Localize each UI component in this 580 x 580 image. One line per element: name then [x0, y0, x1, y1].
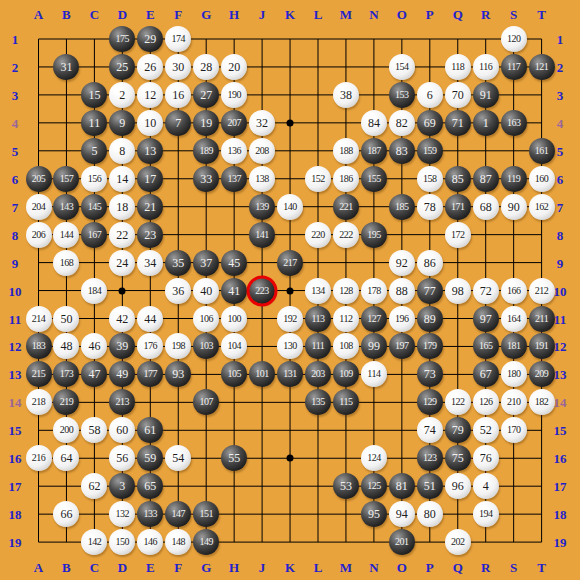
- stone-m6-white-186[interactable]: 186: [333, 166, 359, 192]
- stone-g11-white-106[interactable]: 106: [193, 306, 219, 332]
- stone-a7-white-204[interactable]: 204: [26, 194, 52, 220]
- stone-t10-white-212[interactable]: 212: [529, 278, 555, 304]
- stone-o19-black-201[interactable]: 201: [389, 529, 415, 555]
- stone-e13-black-177[interactable]: 177: [137, 361, 163, 387]
- stone-r13-black-67[interactable]: 67: [473, 361, 499, 387]
- stone-b7-black-143[interactable]: 143: [53, 194, 79, 220]
- stone-b12-white-48[interactable]: 48: [53, 333, 79, 359]
- stone-c12-white-46[interactable]: 46: [81, 333, 107, 359]
- stone-s4-black-163[interactable]: 163: [501, 110, 527, 136]
- stone-c3-black-15[interactable]: 15: [81, 82, 107, 108]
- stone-q8-white-172[interactable]: 172: [445, 222, 471, 248]
- stone-a16-white-216[interactable]: 216: [26, 445, 52, 471]
- stone-t13-black-209[interactable]: 209: [529, 361, 555, 387]
- move-number: 182: [535, 397, 549, 407]
- stone-s14-white-210[interactable]: 210: [501, 389, 527, 415]
- stone-o12-black-197[interactable]: 197: [389, 333, 415, 359]
- stone-c8-black-167[interactable]: 167: [81, 222, 107, 248]
- stone-o5-black-83[interactable]: 83: [389, 138, 415, 164]
- move-number: 93: [172, 368, 184, 380]
- stone-n17-black-125[interactable]: 125: [361, 473, 387, 499]
- stone-e3-white-12[interactable]: 12: [137, 82, 163, 108]
- stone-b8-white-144[interactable]: 144: [53, 222, 79, 248]
- stone-k9-black-217[interactable]: 217: [277, 250, 303, 276]
- stone-f12-white-198[interactable]: 198: [165, 333, 191, 359]
- col-top-label-s: S: [510, 8, 517, 21]
- move-number: 200: [60, 425, 74, 435]
- col-bottom-label-j: J: [259, 561, 266, 574]
- stone-h12-white-104[interactable]: 104: [221, 333, 247, 359]
- move-number: 45: [228, 257, 240, 269]
- stone-t11-black-211[interactable]: 211: [529, 306, 555, 332]
- stone-h3-white-190[interactable]: 190: [221, 82, 247, 108]
- stone-d11-white-42[interactable]: 42: [109, 306, 135, 332]
- stone-c7-black-145[interactable]: 145: [81, 194, 107, 220]
- stone-j7-black-139[interactable]: 139: [249, 194, 275, 220]
- stone-b11-white-50[interactable]: 50: [53, 306, 79, 332]
- stone-d4-black-9[interactable]: 9: [109, 110, 135, 136]
- stone-g5-black-189[interactable]: 189: [193, 138, 219, 164]
- stone-n6-black-155[interactable]: 155: [361, 166, 387, 192]
- move-number: 56: [116, 452, 128, 464]
- stone-l12-black-111[interactable]: 111: [305, 333, 331, 359]
- move-number: 119: [507, 174, 520, 184]
- stone-p14-black-129[interactable]: 129: [417, 389, 443, 415]
- stone-l8-white-220[interactable]: 220: [305, 222, 331, 248]
- stone-h13-black-105[interactable]: 105: [221, 361, 247, 387]
- move-number: 209: [535, 369, 549, 379]
- stone-h5-white-136[interactable]: 136: [221, 138, 247, 164]
- stone-c13-black-47[interactable]: 47: [81, 361, 107, 387]
- stone-q4-black-71[interactable]: 71: [445, 110, 471, 136]
- move-number: 44: [144, 313, 156, 325]
- move-number: 75: [452, 452, 464, 464]
- stone-q17-white-96[interactable]: 96: [445, 473, 471, 499]
- move-number: 120: [507, 34, 521, 44]
- stone-r12-black-165[interactable]: 165: [473, 333, 499, 359]
- stone-l13-black-203[interactable]: 203: [305, 361, 331, 387]
- col-top-label-d: D: [118, 8, 127, 21]
- stone-p4-black-69[interactable]: 69: [417, 110, 443, 136]
- stone-r7-white-68[interactable]: 68: [473, 194, 499, 220]
- stone-a8-white-206[interactable]: 206: [26, 222, 52, 248]
- stone-g6-black-33[interactable]: 33: [193, 166, 219, 192]
- stone-f3-white-16[interactable]: 16: [165, 82, 191, 108]
- stone-b18-white-66[interactable]: 66: [53, 501, 79, 527]
- stone-m5-white-188[interactable]: 188: [333, 138, 359, 164]
- stone-a12-black-183[interactable]: 183: [26, 333, 52, 359]
- stone-e16-black-59[interactable]: 59: [137, 445, 163, 471]
- stone-n13-white-114[interactable]: 114: [361, 361, 387, 387]
- stone-q19-white-202[interactable]: 202: [445, 529, 471, 555]
- stone-g18-black-151[interactable]: 151: [193, 501, 219, 527]
- stone-n18-black-95[interactable]: 95: [361, 501, 387, 527]
- row-right-label-13: 13: [554, 368, 567, 381]
- stone-h4-black-207[interactable]: 207: [221, 110, 247, 136]
- stone-r4-black-1[interactable]: 1: [473, 110, 499, 136]
- stone-s12-black-181[interactable]: 181: [501, 333, 527, 359]
- stone-r14-white-126[interactable]: 126: [473, 389, 499, 415]
- stone-q7-black-171[interactable]: 171: [445, 194, 471, 220]
- stone-p18-white-80[interactable]: 80: [417, 501, 443, 527]
- stone-l14-black-135[interactable]: 135: [305, 389, 331, 415]
- stone-e1-black-29[interactable]: 29: [137, 26, 163, 52]
- stone-e6-black-17[interactable]: 17: [137, 166, 163, 192]
- move-number: 217: [283, 258, 297, 268]
- stone-t6-white-160[interactable]: 160: [529, 166, 555, 192]
- stone-d19-white-150[interactable]: 150: [109, 529, 135, 555]
- stone-j4-white-32[interactable]: 32: [249, 110, 275, 136]
- stone-t14-white-182[interactable]: 182: [529, 389, 555, 415]
- stone-n10-white-178[interactable]: 178: [361, 278, 387, 304]
- move-number: 91: [480, 89, 492, 101]
- stone-o3-black-153[interactable]: 153: [389, 82, 415, 108]
- row-left-label-10: 10: [9, 284, 22, 297]
- move-number: 19: [200, 117, 212, 129]
- stone-h16-black-55[interactable]: 55: [221, 445, 247, 471]
- stone-s2-black-117[interactable]: 117: [501, 54, 527, 80]
- stone-q10-white-98[interactable]: 98: [445, 278, 471, 304]
- stone-m10-white-128[interactable]: 128: [333, 278, 359, 304]
- row-left-label-4: 4: [12, 116, 19, 129]
- stone-b6-black-157[interactable]: 157: [53, 166, 79, 192]
- move-number: 174: [172, 34, 186, 44]
- stone-s15-white-170[interactable]: 170: [501, 417, 527, 443]
- star-point-k4: [287, 119, 294, 126]
- stone-s6-black-119[interactable]: 119: [501, 166, 527, 192]
- move-number: 115: [339, 397, 352, 407]
- stone-f1-white-174[interactable]: 174: [165, 26, 191, 52]
- stone-m3-white-38[interactable]: 38: [333, 82, 359, 108]
- stone-c10-white-184[interactable]: 184: [81, 278, 107, 304]
- stone-f13-black-93[interactable]: 93: [165, 361, 191, 387]
- stone-f16-white-54[interactable]: 54: [165, 445, 191, 471]
- stone-r15-white-52[interactable]: 52: [473, 417, 499, 443]
- stone-g4-black-19[interactable]: 19: [193, 110, 219, 136]
- stone-q6-black-85[interactable]: 85: [445, 166, 471, 192]
- stone-p16-black-123[interactable]: 123: [417, 445, 443, 471]
- move-number: 26: [144, 61, 156, 73]
- stone-n8-black-195[interactable]: 195: [361, 222, 387, 248]
- move-number: 74: [424, 424, 436, 436]
- stone-f19-white-148[interactable]: 148: [165, 529, 191, 555]
- stone-l6-white-152[interactable]: 152: [305, 166, 331, 192]
- row-right-label-4: 4: [557, 116, 564, 129]
- move-number: 198: [172, 341, 186, 351]
- stone-e18-black-133[interactable]: 133: [137, 501, 163, 527]
- row-left-label-8: 8: [12, 228, 19, 241]
- move-number: 128: [339, 286, 353, 296]
- col-bottom-label-o: O: [397, 561, 407, 574]
- stone-b16-white-64[interactable]: 64: [53, 445, 79, 471]
- move-number: 215: [32, 369, 46, 379]
- stone-s11-white-164[interactable]: 164: [501, 306, 527, 332]
- stone-k7-white-140[interactable]: 140: [277, 194, 303, 220]
- stone-e11-white-44[interactable]: 44: [137, 306, 163, 332]
- move-number: 33: [200, 173, 212, 185]
- move-number: 99: [368, 340, 380, 352]
- move-number: 54: [172, 452, 184, 464]
- stone-d12-black-39[interactable]: 39: [109, 333, 135, 359]
- move-number: 145: [88, 202, 102, 212]
- stone-n16-white-124[interactable]: 124: [361, 445, 387, 471]
- stone-q16-black-75[interactable]: 75: [445, 445, 471, 471]
- stone-m8-white-222[interactable]: 222: [333, 222, 359, 248]
- stone-m13-black-109[interactable]: 109: [333, 361, 359, 387]
- stone-r18-white-194[interactable]: 194: [473, 501, 499, 527]
- stone-c5-black-5[interactable]: 5: [81, 138, 107, 164]
- stone-c15-white-58[interactable]: 58: [81, 417, 107, 443]
- stone-d16-white-56[interactable]: 56: [109, 445, 135, 471]
- stone-d14-black-213[interactable]: 213: [109, 389, 135, 415]
- move-number: 163: [507, 118, 521, 128]
- move-number: 150: [116, 537, 130, 547]
- move-number: 172: [451, 230, 465, 240]
- stone-p13-black-73[interactable]: 73: [417, 361, 443, 387]
- stone-m14-black-115[interactable]: 115: [333, 389, 359, 415]
- move-number: 112: [339, 314, 352, 324]
- stone-t7-white-162[interactable]: 162: [529, 194, 555, 220]
- move-number: 139: [255, 202, 269, 212]
- stone-h6-black-137[interactable]: 137: [221, 166, 247, 192]
- move-number: 84: [368, 117, 380, 129]
- stone-t2-black-121[interactable]: 121: [529, 54, 555, 80]
- stone-a14-white-218[interactable]: 218: [26, 389, 52, 415]
- move-number: 106: [199, 314, 213, 324]
- stone-p9-white-86[interactable]: 86: [417, 250, 443, 276]
- stone-g12-black-103[interactable]: 103: [193, 333, 219, 359]
- stone-d17-black-3[interactable]: 3: [109, 473, 135, 499]
- stone-d1-black-175[interactable]: 175: [109, 26, 135, 52]
- stone-h2-white-20[interactable]: 20: [221, 54, 247, 80]
- stone-d7-white-18[interactable]: 18: [109, 194, 135, 220]
- stone-e7-black-21[interactable]: 21: [137, 194, 163, 220]
- stone-o2-white-154[interactable]: 154: [389, 54, 415, 80]
- stone-p15-white-74[interactable]: 74: [417, 417, 443, 443]
- stone-r2-white-116[interactable]: 116: [473, 54, 499, 80]
- stone-a6-black-205[interactable]: 205: [26, 166, 52, 192]
- move-number: 188: [339, 146, 353, 156]
- col-bottom-label-r: R: [481, 561, 490, 574]
- move-number: 149: [199, 537, 213, 547]
- move-number: 76: [480, 452, 492, 464]
- move-number: 148: [172, 537, 186, 547]
- stone-n4-white-84[interactable]: 84: [361, 110, 387, 136]
- move-number: 94: [396, 508, 408, 520]
- stone-g3-black-27[interactable]: 27: [193, 82, 219, 108]
- row-right-label-6: 6: [557, 172, 564, 185]
- stone-j5-white-208[interactable]: 208: [249, 138, 275, 164]
- move-number: 184: [88, 286, 102, 296]
- stone-r10-white-72[interactable]: 72: [473, 278, 499, 304]
- stone-p7-white-78[interactable]: 78: [417, 194, 443, 220]
- move-number: 125: [367, 481, 381, 491]
- stone-r16-white-76[interactable]: 76: [473, 445, 499, 471]
- stone-p17-black-51[interactable]: 51: [417, 473, 443, 499]
- move-number: 8: [119, 145, 125, 157]
- col-top-label-b: B: [62, 8, 71, 21]
- stone-b2-black-31[interactable]: 31: [53, 54, 79, 80]
- move-number: 210: [507, 397, 521, 407]
- stone-r3-black-91[interactable]: 91: [473, 82, 499, 108]
- move-number: 185: [395, 202, 409, 212]
- stone-p12-black-179[interactable]: 179: [417, 333, 443, 359]
- stone-c19-white-142[interactable]: 142: [81, 529, 107, 555]
- stone-c6-white-156[interactable]: 156: [81, 166, 107, 192]
- stone-h10-black-41[interactable]: 41: [221, 278, 247, 304]
- stone-e19-white-146[interactable]: 146: [137, 529, 163, 555]
- stone-m17-black-53[interactable]: 53: [333, 473, 359, 499]
- stone-a13-black-215[interactable]: 215: [26, 361, 52, 387]
- stone-q2-white-118[interactable]: 118: [445, 54, 471, 80]
- stone-f2-white-30[interactable]: 30: [165, 54, 191, 80]
- move-number: 201: [395, 537, 409, 547]
- row-left-label-9: 9: [12, 256, 19, 269]
- stone-e17-black-65[interactable]: 65: [137, 473, 163, 499]
- stone-q15-black-79[interactable]: 79: [445, 417, 471, 443]
- move-number: 186: [339, 174, 353, 184]
- move-number: 9: [119, 117, 125, 129]
- stone-p10-black-77[interactable]: 77: [417, 278, 443, 304]
- stone-d8-white-22[interactable]: 22: [109, 222, 135, 248]
- stone-b15-white-200[interactable]: 200: [53, 417, 79, 443]
- stone-d5-white-8[interactable]: 8: [109, 138, 135, 164]
- stone-j13-black-101[interactable]: 101: [249, 361, 275, 387]
- stone-f18-black-147[interactable]: 147: [165, 501, 191, 527]
- move-number: 134: [311, 286, 325, 296]
- stone-o17-black-81[interactable]: 81: [389, 473, 415, 499]
- stone-n12-black-99[interactable]: 99: [361, 333, 387, 359]
- stone-e4-white-10[interactable]: 10: [137, 110, 163, 136]
- move-number: 81: [396, 480, 408, 492]
- stone-q14-white-122[interactable]: 122: [445, 389, 471, 415]
- move-number: 4: [483, 480, 489, 492]
- stone-r17-white-4[interactable]: 4: [473, 473, 499, 499]
- stone-o9-white-92[interactable]: 92: [389, 250, 415, 276]
- move-number: 208: [255, 146, 269, 156]
- star-point-k10: [287, 287, 294, 294]
- col-bottom-label-e: E: [146, 561, 155, 574]
- stone-g19-black-149[interactable]: 149: [193, 529, 219, 555]
- stone-b13-black-173[interactable]: 173: [53, 361, 79, 387]
- stone-p11-black-89[interactable]: 89: [417, 306, 443, 332]
- row-left-label-16: 16: [9, 452, 22, 465]
- stone-g9-black-37[interactable]: 37: [193, 250, 219, 276]
- move-number: 72: [480, 285, 492, 297]
- move-number: 190: [227, 90, 241, 100]
- stone-l10-white-134[interactable]: 134: [305, 278, 331, 304]
- stone-h9-black-45[interactable]: 45: [221, 250, 247, 276]
- stone-k12-white-130[interactable]: 130: [277, 333, 303, 359]
- stone-o4-white-82[interactable]: 82: [389, 110, 415, 136]
- stone-e8-black-23[interactable]: 23: [137, 222, 163, 248]
- stone-e15-black-61[interactable]: 61: [137, 417, 163, 443]
- stone-f10-white-36[interactable]: 36: [165, 278, 191, 304]
- stone-e9-white-34[interactable]: 34: [137, 250, 163, 276]
- stone-f9-black-35[interactable]: 35: [165, 250, 191, 276]
- stone-j6-white-138[interactable]: 138: [249, 166, 275, 192]
- stone-d9-white-24[interactable]: 24: [109, 250, 135, 276]
- stone-b9-white-168[interactable]: 168: [53, 250, 79, 276]
- move-number: 11: [89, 117, 101, 129]
- stone-l11-black-113[interactable]: 113: [305, 306, 331, 332]
- stone-c17-white-62[interactable]: 62: [81, 473, 107, 499]
- col-bottom-label-k: K: [285, 561, 295, 574]
- col-top-label-m: M: [340, 8, 352, 21]
- stone-g14-black-107[interactable]: 107: [193, 389, 219, 415]
- stone-p3-white-6[interactable]: 6: [417, 82, 443, 108]
- stone-q3-white-70[interactable]: 70: [445, 82, 471, 108]
- move-number: 58: [88, 424, 100, 436]
- stone-o7-black-185[interactable]: 185: [389, 194, 415, 220]
- stone-n11-black-127[interactable]: 127: [361, 306, 387, 332]
- stone-t12-black-191[interactable]: 191: [529, 333, 555, 359]
- last-move-marker: [247, 275, 278, 306]
- move-number: 206: [32, 230, 46, 240]
- stone-b14-black-219[interactable]: 219: [53, 389, 79, 415]
- stone-d13-black-49[interactable]: 49: [109, 361, 135, 387]
- stone-h11-white-100[interactable]: 100: [221, 306, 247, 332]
- stone-m7-black-221[interactable]: 221: [333, 194, 359, 220]
- stone-e2-white-26[interactable]: 26: [137, 54, 163, 80]
- move-number: 207: [227, 118, 241, 128]
- stone-o10-white-88[interactable]: 88: [389, 278, 415, 304]
- stone-k13-black-131[interactable]: 131: [277, 361, 303, 387]
- stone-g2-white-28[interactable]: 28: [193, 54, 219, 80]
- stone-t5-black-161[interactable]: 161: [529, 138, 555, 164]
- go-board[interactable]: AABBCCDDEEFFGGHHJJKKLLMMNNOOPPQQRRSSTT11…: [0, 0, 580, 580]
- col-bottom-label-g: G: [201, 561, 211, 574]
- move-number: 37: [200, 257, 212, 269]
- stone-m12-white-108[interactable]: 108: [333, 333, 359, 359]
- move-number: 219: [60, 397, 74, 407]
- stone-j8-black-141[interactable]: 141: [249, 222, 275, 248]
- stone-p5-black-159[interactable]: 159: [417, 138, 443, 164]
- stone-f4-black-7[interactable]: 7: [165, 110, 191, 136]
- stone-d3-white-2[interactable]: 2: [109, 82, 135, 108]
- stone-e5-black-13[interactable]: 13: [137, 138, 163, 164]
- move-number: 22: [116, 229, 128, 241]
- stone-r11-black-97[interactable]: 97: [473, 306, 499, 332]
- move-number: 151: [199, 509, 213, 519]
- stone-n5-black-187[interactable]: 187: [361, 138, 387, 164]
- row-left-label-2: 2: [12, 60, 19, 73]
- stone-o11-white-196[interactable]: 196: [389, 306, 415, 332]
- stone-a11-white-214[interactable]: 214: [26, 306, 52, 332]
- stone-e12-white-176[interactable]: 176: [137, 333, 163, 359]
- stone-d6-white-14[interactable]: 14: [109, 166, 135, 192]
- stone-s13-white-180[interactable]: 180: [501, 361, 527, 387]
- stone-d15-white-60[interactable]: 60: [109, 417, 135, 443]
- stone-s10-white-166[interactable]: 166: [501, 278, 527, 304]
- stone-p6-white-158[interactable]: 158: [417, 166, 443, 192]
- stone-d18-white-132[interactable]: 132: [109, 501, 135, 527]
- stone-k11-white-192[interactable]: 192: [277, 306, 303, 332]
- stone-g10-white-40[interactable]: 40: [193, 278, 219, 304]
- stone-m11-white-112[interactable]: 112: [333, 306, 359, 332]
- stone-s7-white-90[interactable]: 90: [501, 194, 527, 220]
- move-number: 50: [60, 313, 72, 325]
- move-number: 135: [311, 397, 325, 407]
- move-number: 179: [423, 341, 437, 351]
- move-number: 156: [88, 174, 102, 184]
- stone-s1-white-120[interactable]: 120: [501, 26, 527, 52]
- stone-d2-black-25[interactable]: 25: [109, 54, 135, 80]
- stone-o18-white-94[interactable]: 94: [389, 501, 415, 527]
- stone-r6-black-87[interactable]: 87: [473, 166, 499, 192]
- row-left-label-3: 3: [12, 88, 19, 101]
- stone-c4-black-11[interactable]: 11: [81, 110, 107, 136]
